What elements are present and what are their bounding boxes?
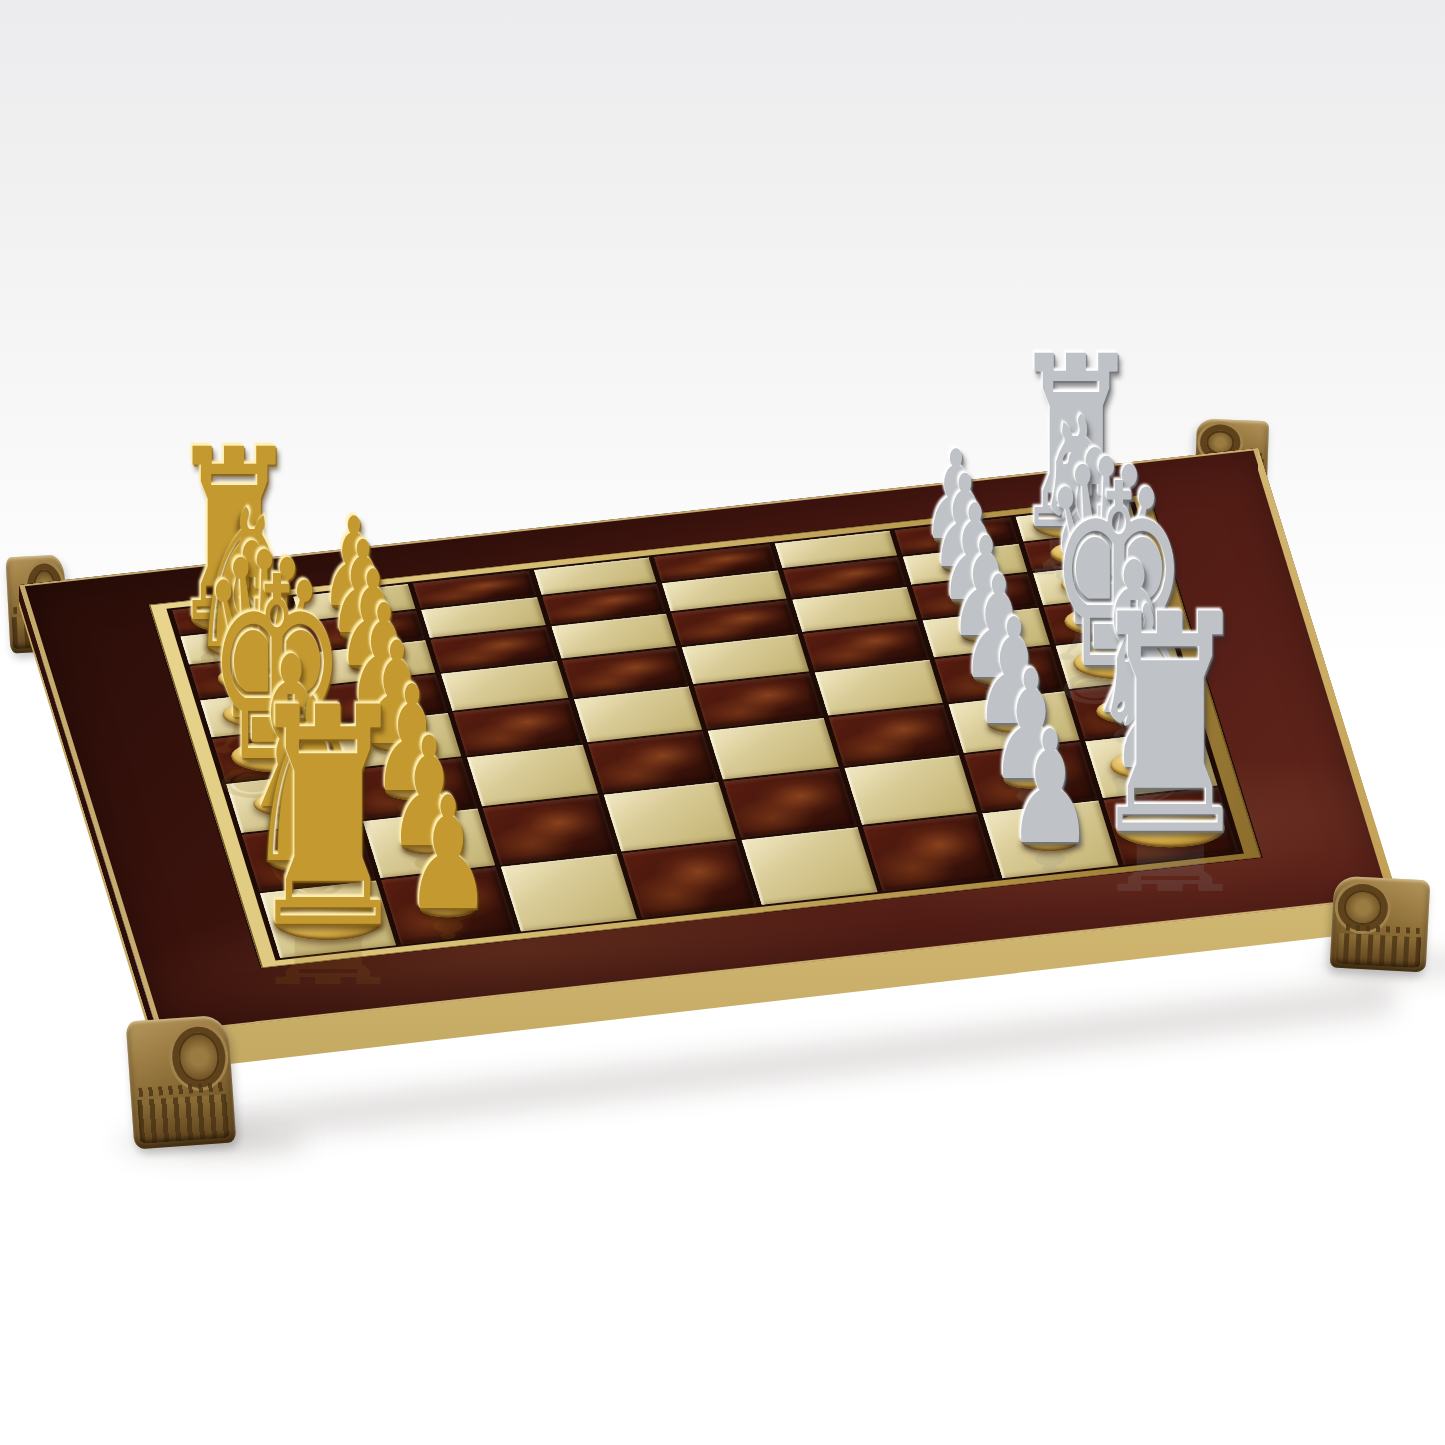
board-gold-frame bbox=[149, 494, 1261, 968]
square-h7 bbox=[982, 800, 1117, 878]
square-g1 bbox=[242, 822, 375, 891]
square-h3 bbox=[501, 854, 636, 932]
square-g7 bbox=[964, 742, 1097, 811]
square-h4 bbox=[621, 840, 756, 918]
square-g6 bbox=[844, 755, 977, 824]
square-g4 bbox=[603, 782, 736, 851]
ionic-foot-south bbox=[126, 1015, 237, 1150]
square-g8 bbox=[1085, 729, 1218, 798]
square-h1 bbox=[260, 880, 395, 958]
board-grid bbox=[166, 502, 1244, 961]
square-g3 bbox=[483, 795, 616, 864]
square-h2 bbox=[380, 867, 515, 945]
foot-fluting bbox=[1336, 933, 1422, 969]
square-g2 bbox=[362, 809, 495, 878]
square-h8 bbox=[1103, 787, 1238, 865]
ionic-foot-east bbox=[1330, 876, 1431, 973]
product-photo-scene: ♜♜♞♞♝♝♛♛♚♚♝♝♞♞♜♜♟♟♟♟♟♟♟♟♟♟♟♟♟♟♟♟♟♟♟♟♟♟♟♟… bbox=[0, 0, 1445, 1445]
square-g5 bbox=[724, 769, 857, 838]
square-h6 bbox=[862, 814, 997, 892]
square-h5 bbox=[742, 827, 877, 905]
foot-fluting bbox=[137, 1094, 230, 1144]
